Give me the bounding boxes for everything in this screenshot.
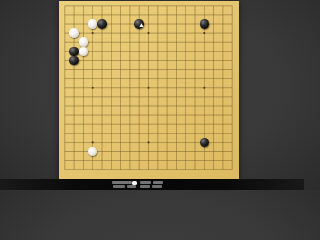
accent-action-button[interactable] xyxy=(172,185,182,189)
board-grid xyxy=(59,1,239,179)
black-stone xyxy=(69,56,79,66)
toolbar-item[interactable] xyxy=(113,185,125,188)
toolbar-item[interactable] xyxy=(127,185,136,188)
black-stone xyxy=(200,138,210,148)
black-stone xyxy=(97,19,107,29)
star-point xyxy=(203,32,205,34)
star-point xyxy=(92,141,94,143)
black-stone xyxy=(69,47,79,57)
status-text-block xyxy=(112,181,132,184)
star-point xyxy=(147,87,149,89)
last-move-triangle-icon xyxy=(139,23,143,27)
go-board[interactable] xyxy=(59,1,239,179)
star-point xyxy=(203,87,205,89)
star-point xyxy=(147,32,149,34)
status-text-block xyxy=(153,181,163,184)
toolbar-item[interactable] xyxy=(140,185,150,188)
star-point xyxy=(92,32,94,34)
status-bar xyxy=(0,179,304,190)
black-stone xyxy=(134,19,144,29)
white-stone xyxy=(79,37,89,47)
status-text-block xyxy=(140,181,151,184)
black-stone xyxy=(200,19,210,29)
star-point xyxy=(92,87,94,89)
toolbar-item[interactable] xyxy=(152,185,162,188)
move-indicator-icon xyxy=(132,181,137,185)
white-stone xyxy=(69,28,79,38)
star-point xyxy=(147,141,149,143)
